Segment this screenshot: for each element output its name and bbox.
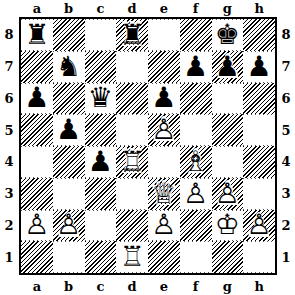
chess-diagram: abcdefgh 87654321 ♜︎♜︎♜︎♜︎♚︎♚︎♞︎♞︎♟︎♟︎♟︎… — [0, 0, 295, 295]
piece-black-rook[interactable]: ♜︎♜︎ — [116, 19, 148, 51]
piece-glyph-white-pawn: ♙︎ — [243, 210, 275, 242]
piece-black-queen[interactable]: ♛︎♛︎ — [85, 83, 117, 115]
piece-glyph-white-rook: ♖︎ — [116, 241, 148, 273]
square-e1[interactable] — [148, 241, 180, 273]
square-a4[interactable] — [21, 146, 53, 178]
chess-board[interactable]: ♜︎♜︎♜︎♜︎♚︎♚︎♞︎♞︎♟︎♟︎♟︎♟︎♟︎♟︎♟︎♟︎♛︎♛︎♟︎♟︎… — [19, 17, 277, 275]
square-f1[interactable] — [180, 241, 212, 273]
rank-label: 6 — [1, 83, 17, 115]
piece-white-pawn[interactable]: ♟︎♙︎ — [148, 210, 180, 242]
rank-label: 8 — [1, 19, 17, 51]
piece-white-pawn[interactable]: ♟︎♙︎ — [53, 210, 85, 242]
rank-label: 3 — [278, 178, 294, 210]
square-f6[interactable] — [180, 83, 212, 115]
piece-black-rook[interactable]: ♜︎♜︎ — [21, 19, 53, 51]
piece-white-rook[interactable]: ♜︎♖︎ — [116, 241, 148, 273]
square-d4[interactable]: ♜︎♖︎ — [116, 146, 148, 178]
square-a2[interactable]: ♟︎♙︎ — [21, 210, 53, 242]
file-label: c — [85, 0, 117, 16]
square-c6[interactable]: ♛︎♛︎ — [85, 83, 117, 115]
piece-white-pawn[interactable]: ♟︎♙︎ — [148, 114, 180, 146]
square-f7[interactable]: ♟︎♟︎ — [180, 51, 212, 83]
file-label: b — [53, 278, 85, 294]
square-b1[interactable] — [53, 241, 85, 273]
square-a5[interactable] — [21, 114, 53, 146]
piece-glyph-black-pawn: ♟︎ — [53, 114, 85, 146]
file-label: h — [243, 278, 275, 294]
square-c3[interactable] — [85, 178, 117, 210]
square-e8[interactable] — [148, 19, 180, 51]
square-c8[interactable] — [85, 19, 117, 51]
piece-glyph-white-pawn: ♙︎ — [53, 210, 85, 242]
piece-glyph-black-pawn: ♟︎ — [212, 51, 244, 83]
square-h4[interactable] — [243, 146, 275, 178]
square-c2[interactable] — [85, 210, 117, 242]
square-h1[interactable] — [243, 241, 275, 273]
file-label: f — [180, 0, 212, 16]
rank-labels-right: 87654321 — [278, 19, 294, 273]
piece-glyph-white-pawn: ♙︎ — [21, 210, 53, 242]
piece-black-pawn[interactable]: ♟︎♟︎ — [243, 51, 275, 83]
square-a6[interactable]: ♟︎♟︎ — [21, 83, 53, 115]
file-label: c — [85, 278, 117, 294]
piece-white-king[interactable]: ♚︎♔︎ — [212, 210, 244, 242]
square-c4[interactable]: ♟︎♟︎ — [85, 146, 117, 178]
piece-white-pawn[interactable]: ♟︎♙︎ — [180, 178, 212, 210]
rank-label: 1 — [278, 241, 294, 273]
file-label: g — [212, 278, 244, 294]
piece-glyph-white-pawn: ♙︎ — [148, 210, 180, 242]
piece-glyph-black-pawn: ♟︎ — [85, 146, 117, 178]
square-d1[interactable]: ♜︎♖︎ — [116, 241, 148, 273]
square-a1[interactable] — [21, 241, 53, 273]
square-d7[interactable] — [116, 51, 148, 83]
square-g2[interactable]: ♚︎♔︎ — [212, 210, 244, 242]
file-label: d — [116, 278, 148, 294]
square-d8[interactable]: ♜︎♜︎ — [116, 19, 148, 51]
square-c1[interactable] — [85, 241, 117, 273]
rank-label: 8 — [278, 19, 294, 51]
piece-white-rook[interactable]: ♜︎♖︎ — [116, 146, 148, 178]
piece-black-knight[interactable]: ♞︎♞︎ — [53, 51, 85, 83]
piece-glyph-black-pawn: ♟︎ — [21, 83, 53, 115]
square-e2[interactable]: ♟︎♙︎ — [148, 210, 180, 242]
rank-label: 2 — [1, 210, 17, 242]
piece-glyph-white-pawn: ♙︎ — [180, 178, 212, 210]
square-b7[interactable]: ♞︎♞︎ — [53, 51, 85, 83]
piece-glyph-white-king: ♔︎ — [212, 210, 244, 242]
piece-glyph-black-rook: ♜︎ — [116, 19, 148, 51]
square-d6[interactable] — [116, 83, 148, 115]
file-label: e — [148, 0, 180, 16]
square-h6[interactable] — [243, 83, 275, 115]
square-h5[interactable] — [243, 114, 275, 146]
rank-label: 5 — [278, 114, 294, 146]
rank-label: 7 — [1, 51, 17, 83]
piece-black-pawn[interactable]: ♟︎♟︎ — [53, 114, 85, 146]
rank-label: 4 — [1, 146, 17, 178]
rank-label: 1 — [1, 241, 17, 273]
rank-label: 6 — [278, 83, 294, 115]
square-g6[interactable] — [212, 83, 244, 115]
rank-label: 7 — [278, 51, 294, 83]
rank-label: 4 — [278, 146, 294, 178]
square-h2[interactable]: ♟︎♙︎ — [243, 210, 275, 242]
piece-white-pawn[interactable]: ♟︎♙︎ — [243, 210, 275, 242]
rank-label: 2 — [278, 210, 294, 242]
piece-black-pawn[interactable]: ♟︎♟︎ — [85, 146, 117, 178]
piece-glyph-black-rook: ♜︎ — [21, 19, 53, 51]
square-d3[interactable] — [116, 178, 148, 210]
file-label: h — [243, 0, 275, 16]
piece-black-pawn[interactable]: ♟︎♟︎ — [21, 83, 53, 115]
file-label: e — [148, 278, 180, 294]
rank-label: 3 — [1, 178, 17, 210]
piece-black-pawn[interactable]: ♟︎♟︎ — [180, 51, 212, 83]
piece-white-pawn[interactable]: ♟︎♙︎ — [21, 210, 53, 242]
rank-labels-left: 87654321 — [1, 19, 17, 273]
square-a8[interactable]: ♜︎♜︎ — [21, 19, 53, 51]
square-g5[interactable] — [212, 114, 244, 146]
square-b5[interactable]: ♟︎♟︎ — [53, 114, 85, 146]
rank-label: 5 — [1, 114, 17, 146]
square-h7[interactable]: ♟︎♟︎ — [243, 51, 275, 83]
piece-glyph-white-pawn: ♙︎ — [148, 114, 180, 146]
piece-glyph-black-pawn: ♟︎ — [180, 51, 212, 83]
square-g1[interactable] — [212, 241, 244, 273]
square-b2[interactable]: ♟︎♙︎ — [53, 210, 85, 242]
square-b4[interactable] — [53, 146, 85, 178]
square-f3[interactable]: ♟︎♙︎ — [180, 178, 212, 210]
file-label: b — [53, 0, 85, 16]
file-labels-bottom: abcdefgh — [21, 278, 275, 294]
piece-black-pawn[interactable]: ♟︎♟︎ — [212, 51, 244, 83]
file-label: f — [180, 278, 212, 294]
square-f2[interactable] — [180, 210, 212, 242]
square-e5[interactable]: ♟︎♙︎ — [148, 114, 180, 146]
piece-glyph-white-rook: ♖︎ — [116, 146, 148, 178]
piece-glyph-black-pawn: ♟︎ — [243, 51, 275, 83]
file-label: a — [21, 278, 53, 294]
piece-glyph-black-queen: ♛︎ — [85, 83, 117, 115]
piece-glyph-black-knight: ♞︎ — [53, 51, 85, 83]
square-g7[interactable]: ♟︎♟︎ — [212, 51, 244, 83]
